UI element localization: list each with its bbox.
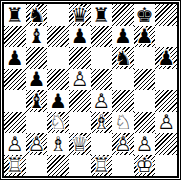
square-d3[interactable] (69, 112, 91, 134)
square-e2[interactable] (91, 133, 113, 155)
square-b6[interactable] (26, 47, 48, 69)
square-c4[interactable]: ♟♟ (47, 90, 69, 112)
square-c7[interactable] (47, 26, 69, 48)
chess-diagram-frame: ♜♜♞♞♛♛♜♜♚♚♝♝♟♟♟♟♟♟♟♟♞♞♟♟♟♟♟♙♝♝♟♟♟♙♞♘♝♗♞♘… (0, 0, 181, 180)
black-pawn-glyph: ♟ (26, 69, 48, 91)
white-rook-glyph: ♖ (91, 155, 113, 177)
square-e3[interactable]: ♝♗ (91, 112, 113, 134)
square-h5[interactable] (155, 69, 177, 91)
black-knight-glyph: ♞ (26, 4, 48, 26)
white-knight-glyph: ♘ (47, 112, 69, 134)
white-pawn-glyph: ♙ (4, 133, 26, 155)
black-queen-glyph: ♛ (69, 4, 91, 26)
black-pawn: ♟♟ (112, 26, 134, 48)
white-bishop-glyph: ♗ (91, 112, 113, 134)
square-h7[interactable] (155, 26, 177, 48)
square-a1[interactable]: ♜♖ (4, 155, 26, 177)
black-pawn-glyph: ♟ (134, 26, 156, 48)
square-d2[interactable]: ♛♕ (69, 133, 91, 155)
square-c5[interactable] (47, 69, 69, 91)
square-f8[interactable] (112, 4, 134, 26)
square-c8[interactable] (47, 4, 69, 26)
square-g2[interactable]: ♟♙ (134, 133, 156, 155)
white-queen: ♛♕ (69, 133, 91, 155)
black-pawn-glyph: ♟ (47, 90, 69, 112)
white-king-glyph: ♔ (134, 155, 156, 177)
white-knight: ♞♘ (47, 112, 69, 134)
square-d7[interactable]: ♟♟ (69, 26, 91, 48)
square-f6[interactable]: ♞♞ (112, 47, 134, 69)
black-pawn: ♟♟ (4, 47, 26, 69)
square-e7[interactable] (91, 26, 113, 48)
square-e6[interactable] (91, 47, 113, 69)
square-b8[interactable]: ♞♞ (26, 4, 48, 26)
black-pawn: ♟♟ (155, 47, 177, 69)
black-knight: ♞♞ (26, 4, 48, 26)
square-h2[interactable] (155, 133, 177, 155)
square-h6[interactable]: ♟♟ (155, 47, 177, 69)
square-a8[interactable]: ♜♜ (4, 4, 26, 26)
black-pawn-glyph: ♟ (112, 26, 134, 48)
square-g8[interactable]: ♚♚ (134, 4, 156, 26)
white-pawn-glyph: ♙ (134, 133, 156, 155)
white-bishop: ♝♗ (91, 112, 113, 134)
white-pawn: ♟♙ (134, 133, 156, 155)
black-knight: ♞♞ (112, 47, 134, 69)
square-a6[interactable]: ♟♟ (4, 47, 26, 69)
black-bishop-glyph: ♝ (26, 26, 48, 48)
square-b3[interactable] (26, 112, 48, 134)
black-queen: ♛♛ (69, 4, 91, 26)
square-h4[interactable] (155, 90, 177, 112)
white-pawn-glyph: ♙ (91, 90, 113, 112)
square-e4[interactable]: ♟♙ (91, 90, 113, 112)
square-c3[interactable]: ♞♘ (47, 112, 69, 134)
square-h8[interactable] (155, 4, 177, 26)
white-queen-glyph: ♕ (69, 133, 91, 155)
white-knight: ♞♘ (112, 112, 134, 134)
black-pawn: ♟♟ (47, 90, 69, 112)
square-d1[interactable] (69, 155, 91, 177)
black-pawn-glyph: ♟ (4, 47, 26, 69)
square-a7[interactable] (4, 26, 26, 48)
white-rook: ♜♖ (4, 155, 26, 177)
square-e1[interactable]: ♜♖ (91, 155, 113, 177)
square-a5[interactable] (4, 69, 26, 91)
square-d4[interactable] (69, 90, 91, 112)
chess-board: ♜♜♞♞♛♛♜♜♚♚♝♝♟♟♟♟♟♟♟♟♞♞♟♟♟♟♟♙♝♝♟♟♟♙♞♘♝♗♞♘… (2, 2, 179, 178)
black-king: ♚♚ (134, 4, 156, 26)
black-bishop: ♝♝ (26, 26, 48, 48)
square-f2[interactable]: ♟♙ (112, 133, 134, 155)
square-c6[interactable] (47, 47, 69, 69)
white-pawn: ♟♙ (4, 133, 26, 155)
black-pawn-glyph: ♟ (155, 47, 177, 69)
black-king-glyph: ♚ (134, 4, 156, 26)
black-pawn: ♟♟ (69, 26, 91, 48)
square-g1[interactable]: ♚♔ (134, 155, 156, 177)
square-f7[interactable]: ♟♟ (112, 26, 134, 48)
white-pawn: ♟♙ (69, 69, 91, 91)
square-g3[interactable] (134, 112, 156, 134)
white-bishop: ♝♗ (47, 133, 69, 155)
black-rook-glyph: ♜ (91, 4, 113, 26)
square-e5[interactable] (91, 69, 113, 91)
square-b7[interactable]: ♝♝ (26, 26, 48, 48)
square-g4[interactable] (134, 90, 156, 112)
white-pawn: ♟♙ (26, 133, 48, 155)
white-rook-glyph: ♖ (4, 155, 26, 177)
white-pawn-glyph: ♙ (155, 112, 177, 134)
square-b5[interactable]: ♟♟ (26, 69, 48, 91)
square-f4[interactable] (112, 90, 134, 112)
black-pawn: ♟♟ (26, 69, 48, 91)
square-a2[interactable]: ♟♙ (4, 133, 26, 155)
square-g7[interactable]: ♟♟ (134, 26, 156, 48)
square-h1[interactable] (155, 155, 177, 177)
square-c2[interactable]: ♝♗ (47, 133, 69, 155)
white-pawn-glyph: ♙ (26, 133, 48, 155)
square-d8[interactable]: ♛♛ (69, 4, 91, 26)
white-pawn: ♟♙ (155, 112, 177, 134)
square-h3[interactable]: ♟♙ (155, 112, 177, 134)
square-b4[interactable]: ♝♝ (26, 90, 48, 112)
square-f1[interactable] (112, 155, 134, 177)
white-knight-glyph: ♘ (112, 112, 134, 134)
square-d6[interactable] (69, 47, 91, 69)
square-g5[interactable] (134, 69, 156, 91)
white-pawn-glyph: ♙ (112, 133, 134, 155)
square-a4[interactable] (4, 90, 26, 112)
black-rook-glyph: ♜ (4, 4, 26, 26)
black-pawn: ♟♟ (134, 26, 156, 48)
square-e8[interactable]: ♜♜ (91, 4, 113, 26)
square-a3[interactable] (4, 112, 26, 134)
square-b1[interactable] (26, 155, 48, 177)
black-rook: ♜♜ (91, 4, 113, 26)
white-bishop-glyph: ♗ (47, 133, 69, 155)
square-f3[interactable]: ♞♘ (112, 112, 134, 134)
black-pawn-glyph: ♟ (69, 26, 91, 48)
square-d5[interactable]: ♟♙ (69, 69, 91, 91)
white-pawn: ♟♙ (91, 90, 113, 112)
black-bishop-glyph: ♝ (26, 90, 48, 112)
white-pawn-glyph: ♙ (69, 69, 91, 91)
black-knight-glyph: ♞ (112, 47, 134, 69)
black-rook: ♜♜ (4, 4, 26, 26)
black-bishop: ♝♝ (26, 90, 48, 112)
white-rook: ♜♖ (91, 155, 113, 177)
square-f5[interactable] (112, 69, 134, 91)
square-b2[interactable]: ♟♙ (26, 133, 48, 155)
white-king: ♚♔ (134, 155, 156, 177)
white-pawn: ♟♙ (112, 133, 134, 155)
square-c1[interactable] (47, 155, 69, 177)
square-g6[interactable] (134, 47, 156, 69)
